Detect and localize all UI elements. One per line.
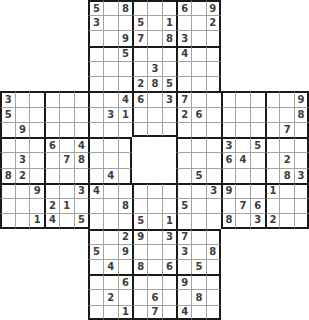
cell-r11c5[interactable] [74,168,89,183]
cell-r20c6[interactable] [88,305,103,320]
cell-r6c14[interactable] [206,91,221,106]
cell-r14c6[interactable] [88,213,103,228]
cell-r6c16[interactable] [235,91,250,106]
cell-r0c7[interactable] [103,0,118,15]
cell-r10c5[interactable]: 8 [74,152,89,167]
cell-r7c9[interactable] [132,107,147,122]
cell-r6c3[interactable] [44,91,59,106]
cell-r18c9[interactable] [132,274,147,289]
cell-r11c19[interactable]: 8 [279,168,294,183]
cell-r4c6[interactable] [88,61,103,76]
cell-r13c5[interactable] [74,198,89,213]
cell-r10c12[interactable] [176,152,191,167]
cell-r1c12[interactable] [176,15,191,30]
cell-r8c4[interactable] [59,122,74,137]
cell-r11c17[interactable] [250,168,265,183]
cell-r7c5[interactable] [74,107,89,122]
cell-r6c17[interactable] [250,91,265,106]
cell-r9c18[interactable] [265,137,280,152]
cell-r11c1[interactable]: 2 [15,168,30,183]
cell-r14c16[interactable] [235,213,250,228]
cell-r13c15[interactable] [221,198,236,213]
cell-r6c12[interactable]: 7 [176,91,191,106]
cell-r8c5[interactable] [74,122,89,137]
cell-r5c11[interactable]: 5 [162,76,177,91]
void-area [29,274,44,289]
cell-r10c3[interactable] [44,152,59,167]
cell-r4c8[interactable] [118,61,133,76]
cell-r9c17[interactable]: 5 [250,137,265,152]
cell-r19c8[interactable] [118,289,133,304]
cell-r1c8[interactable] [118,15,133,30]
cell-r11c18[interactable] [265,168,280,183]
cell-r11c6[interactable] [88,168,103,183]
cell-r0c9[interactable] [132,0,147,15]
cell-r10c14[interactable] [206,152,221,167]
cell-r20c12[interactable]: 4 [176,305,191,320]
cell-r7c11[interactable] [162,107,177,122]
cell-r3c9[interactable] [132,46,147,61]
cell-r12c11[interactable] [162,183,177,198]
cell-r14c0[interactable] [0,213,15,228]
cell-r17c10[interactable] [147,259,162,274]
cell-r17c6[interactable] [88,259,103,274]
cell-r8c16[interactable] [235,122,250,137]
cell-r14c14[interactable] [206,213,221,228]
cell-r14c18[interactable]: 2 [265,213,280,228]
cell-r17c12[interactable] [176,259,191,274]
cell-r9c4[interactable] [59,137,74,152]
cell-r9c13[interactable] [191,137,206,152]
cell-r6c10[interactable] [147,91,162,106]
cell-r9c0[interactable] [0,137,15,152]
cell-r15c6[interactable] [88,229,103,244]
cell-r12c13[interactable] [191,183,206,198]
cell-r14c9[interactable]: 5 [132,213,147,228]
cell-r9c5[interactable]: 4 [74,137,89,152]
cell-r8c14[interactable] [206,122,221,137]
cell-r11c7[interactable]: 4 [103,168,118,183]
cell-r10c2[interactable] [29,152,44,167]
cell-r8c17[interactable] [250,122,265,137]
cell-r11c13[interactable]: 5 [191,168,206,183]
cell-r7c13[interactable]: 6 [191,107,206,122]
cell-r5c6[interactable] [88,76,103,91]
cell-r6c2[interactable] [29,91,44,106]
cell-r6c5[interactable] [74,91,89,106]
cell-r11c20[interactable]: 3 [294,168,309,183]
cell-r8c10[interactable] [147,122,162,137]
cell-r12c9[interactable] [132,183,147,198]
cell-r10c19[interactable]: 2 [279,152,294,167]
cell-r8c6[interactable] [88,122,103,137]
cell-r1c7[interactable] [103,15,118,30]
cell-r12c17[interactable] [250,183,265,198]
cell-r10c7[interactable] [103,152,118,167]
cell-r7c20[interactable]: 8 [294,107,309,122]
cell-r4c12[interactable] [176,61,191,76]
cell-r1c11[interactable]: 1 [162,15,177,30]
cell-r0c10[interactable] [147,0,162,15]
cell-r14c13[interactable] [191,213,206,228]
cell-r15c11[interactable]: 3 [162,229,177,244]
cell-r2c6[interactable] [88,30,103,45]
cell-r15c10[interactable] [147,229,162,244]
cell-r9c19[interactable] [279,137,294,152]
cell-r14c15[interactable]: 8 [221,213,236,228]
cell-r19c7[interactable]: 2 [103,289,118,304]
cell-r12c4[interactable] [59,183,74,198]
cell-r7c12[interactable]: 2 [176,107,191,122]
cell-r9c6[interactable] [88,137,103,152]
cell-r10c20[interactable] [294,152,309,167]
cell-r19c11[interactable] [162,289,177,304]
cell-r13c0[interactable] [0,198,15,213]
cell-r17c9[interactable]: 8 [132,259,147,274]
cell-r11c8[interactable] [118,168,133,183]
cell-r5c13[interactable] [191,76,206,91]
cell-r14c20[interactable] [294,213,309,228]
cell-r8c15[interactable] [221,122,236,137]
cell-r5c8[interactable] [118,76,133,91]
cell-r20c13[interactable] [191,305,206,320]
cell-r7c6[interactable] [88,107,103,122]
cell-r20c11[interactable] [162,305,177,320]
cell-r11c14[interactable] [206,168,221,183]
cell-r13c9[interactable] [132,198,147,213]
cell-r2c7[interactable] [103,30,118,45]
cell-r1c14[interactable]: 2 [206,15,221,30]
cell-r3c6[interactable] [88,46,103,61]
cell-r12c2[interactable]: 9 [29,183,44,198]
cell-r12c6[interactable]: 4 [88,183,103,198]
cell-r7c10[interactable] [147,107,162,122]
cell-r7c2[interactable] [29,107,44,122]
cell-r8c13[interactable] [191,122,206,137]
cell-r6c15[interactable] [221,91,236,106]
cell-r14c17[interactable]: 3 [250,213,265,228]
cell-r13c14[interactable] [206,198,221,213]
cell-r12c1[interactable] [15,183,30,198]
cell-r13c7[interactable] [103,198,118,213]
cell-r16c6[interactable]: 5 [88,244,103,259]
cell-r6c8[interactable]: 4 [118,91,133,106]
cell-r3c12[interactable]: 4 [176,46,191,61]
given-digit: 8 [122,4,129,14]
cell-r20c10[interactable]: 7 [147,305,162,320]
cell-r13c2[interactable] [29,198,44,213]
cell-r6c6[interactable] [88,91,103,106]
cell-r12c18[interactable]: 1 [265,183,280,198]
cell-r16c8[interactable]: 9 [118,244,133,259]
cell-r12c20[interactable] [294,183,309,198]
cell-r4c13[interactable] [191,61,206,76]
cell-r9c16[interactable] [235,137,250,152]
cell-r8c18[interactable] [265,122,280,137]
cell-r14c7[interactable] [103,213,118,228]
cell-r12c12[interactable] [176,183,191,198]
cell-r6c18[interactable] [265,91,280,106]
cell-r20c7[interactable] [103,305,118,320]
cell-r1c10[interactable] [147,15,162,30]
cell-r6c1[interactable] [15,91,30,106]
cell-r7c17[interactable] [250,107,265,122]
cell-r14c10[interactable] [147,213,162,228]
cell-r12c15[interactable]: 9 [221,183,236,198]
void-area [44,259,59,274]
cell-r16c12[interactable]: 3 [176,244,191,259]
cell-r7c16[interactable] [235,107,250,122]
cell-r8c19[interactable]: 7 [279,122,294,137]
cell-r13c1[interactable] [15,198,30,213]
cell-r0c11[interactable] [162,0,177,15]
cell-r16c13[interactable] [191,244,206,259]
cell-r0c14[interactable]: 9 [206,0,221,15]
cell-r7c18[interactable] [265,107,280,122]
cell-r13c3[interactable]: 2 [44,198,59,213]
cell-r13c8[interactable]: 8 [118,198,133,213]
cell-r1c9[interactable]: 5 [132,15,147,30]
cell-r8c7[interactable] [103,122,118,137]
cell-r13c10[interactable] [147,198,162,213]
cell-r12c10[interactable] [147,183,162,198]
cell-r11c3[interactable] [44,168,59,183]
cell-r13c17[interactable]: 6 [250,198,265,213]
cell-r14c12[interactable] [176,213,191,228]
cell-r12c16[interactable] [235,183,250,198]
cell-r19c13[interactable]: 8 [191,289,206,304]
cell-r10c18[interactable] [265,152,280,167]
cell-r6c11[interactable]: 3 [162,91,177,106]
cell-r13c4[interactable]: 1 [59,198,74,213]
cell-r18c7[interactable] [103,274,118,289]
cell-r6c0[interactable]: 3 [0,91,15,106]
cell-r13c19[interactable] [279,198,294,213]
cell-r20c8[interactable]: 1 [118,305,133,320]
cell-r12c0[interactable] [0,183,15,198]
cell-r17c11[interactable]: 6 [162,259,177,274]
void-area [279,289,294,304]
cell-r16c9[interactable] [132,244,147,259]
cell-r15c12[interactable]: 7 [176,229,191,244]
cell-r19c9[interactable] [132,289,147,304]
cell-r10c8[interactable] [118,152,133,167]
cell-r13c13[interactable] [191,198,206,213]
cell-r4c7[interactable] [103,61,118,76]
cell-r7c8[interactable]: 1 [118,107,133,122]
cell-r9c8[interactable] [118,137,133,152]
cell-r15c8[interactable]: 2 [118,229,133,244]
cell-r8c9[interactable] [132,122,147,137]
cell-r9c1[interactable] [15,137,30,152]
cell-r19c6[interactable] [88,289,103,304]
void-area [250,0,265,15]
cell-r5c9[interactable]: 2 [132,76,147,91]
cell-r18c14[interactable] [206,274,221,289]
cell-r8c20[interactable] [294,122,309,137]
cell-r15c14[interactable] [206,229,221,244]
cell-r19c14[interactable] [206,289,221,304]
cell-r3c11[interactable] [162,46,177,61]
cell-r14c11[interactable]: 1 [162,213,177,228]
cell-r7c14[interactable] [206,107,221,122]
cell-r9c20[interactable] [294,137,309,152]
cell-r15c13[interactable] [191,229,206,244]
cell-r8c2[interactable] [29,122,44,137]
cell-r12c3[interactable] [44,183,59,198]
void-area [235,289,250,304]
cell-r10c13[interactable] [191,152,206,167]
cell-r4c11[interactable] [162,61,177,76]
cell-r18c10[interactable] [147,274,162,289]
cell-r7c4[interactable] [59,107,74,122]
cell-r17c13[interactable]: 5 [191,259,206,274]
cell-r9c2[interactable] [29,137,44,152]
cell-r14c4[interactable] [59,213,74,228]
cell-r18c6[interactable] [88,274,103,289]
cell-r12c14[interactable]: 3 [206,183,221,198]
cell-r11c15[interactable] [221,168,236,183]
cell-r3c13[interactable] [191,46,206,61]
cell-r5c7[interactable] [103,76,118,91]
cell-r8c11[interactable] [162,122,177,137]
cell-r7c7[interactable]: 3 [103,107,118,122]
cell-r18c8[interactable]: 6 [118,274,133,289]
cell-r10c15[interactable]: 6 [221,152,236,167]
cell-r16c14[interactable]: 8 [206,244,221,259]
cell-r17c7[interactable]: 4 [103,259,118,274]
cell-r9c15[interactable]: 3 [221,137,236,152]
cell-r17c8[interactable] [118,259,133,274]
cell-r10c4[interactable]: 7 [59,152,74,167]
cell-r5c12[interactable] [176,76,191,91]
cell-r19c12[interactable] [176,289,191,304]
cell-r3c8[interactable]: 5 [118,46,133,61]
cell-r13c16[interactable]: 7 [235,198,250,213]
cell-r16c7[interactable] [103,244,118,259]
cell-r7c3[interactable] [44,107,59,122]
cell-r2c14[interactable] [206,30,221,45]
cell-r2c10[interactable] [147,30,162,45]
cell-r2c9[interactable]: 7 [132,30,147,45]
cell-r3c10[interactable] [147,46,162,61]
cell-r8c0[interactable] [0,122,15,137]
cell-r8c12[interactable] [176,122,191,137]
cell-r10c6[interactable] [88,152,103,167]
cell-r11c2[interactable] [29,168,44,183]
cell-r13c11[interactable] [162,198,177,213]
cell-r20c14[interactable] [206,305,221,320]
cell-r8c3[interactable] [44,122,59,137]
cell-r12c5[interactable]: 3 [74,183,89,198]
cell-r0c13[interactable] [191,0,206,15]
cell-r2c8[interactable]: 9 [118,30,133,45]
cell-r14c3[interactable]: 4 [44,213,59,228]
cell-r1c13[interactable] [191,15,206,30]
cell-r3c7[interactable] [103,46,118,61]
cell-r14c5[interactable]: 5 [74,213,89,228]
cell-r5c10[interactable]: 8 [147,76,162,91]
cell-r4c14[interactable] [206,61,221,76]
cell-r10c17[interactable] [250,152,265,167]
cell-r18c11[interactable] [162,274,177,289]
cell-r8c1[interactable]: 9 [15,122,30,137]
cell-r6c19[interactable] [279,91,294,106]
cell-r14c2[interactable]: 1 [29,213,44,228]
given-digit: 4 [107,262,114,272]
cell-r13c18[interactable] [265,198,280,213]
cell-r19c10[interactable]: 6 [147,289,162,304]
cell-r7c0[interactable]: 5 [0,107,15,122]
cell-r2c13[interactable] [191,30,206,45]
cell-r9c12[interactable] [176,137,191,152]
cell-r15c7[interactable] [103,229,118,244]
cell-r1c6[interactable]: 3 [88,15,103,30]
cell-r9c7[interactable] [103,137,118,152]
cell-r10c16[interactable]: 4 [235,152,250,167]
cell-r10c0[interactable] [0,152,15,167]
cell-r15c9[interactable]: 9 [132,229,147,244]
cell-r7c19[interactable] [279,107,294,122]
cell-r13c6[interactable] [88,198,103,213]
cell-r6c20[interactable]: 9 [294,91,309,106]
void-area [265,30,280,45]
void-area [250,61,265,76]
cell-r14c8[interactable] [118,213,133,228]
cell-r14c19[interactable] [279,213,294,228]
cell-r11c4[interactable] [59,168,74,183]
cell-r4c9[interactable] [132,61,147,76]
cell-r18c13[interactable] [191,274,206,289]
cell-r14c1[interactable] [15,213,30,228]
cell-r16c10[interactable] [147,244,162,259]
cell-r17c14[interactable] [206,259,221,274]
cell-r12c7[interactable] [103,183,118,198]
cell-r0c8[interactable]: 8 [118,0,133,15]
cell-r6c9[interactable]: 6 [132,91,147,106]
cell-r13c20[interactable] [294,198,309,213]
cell-r3c14[interactable] [206,46,221,61]
cell-r0c6[interactable]: 5 [88,0,103,15]
cell-r6c4[interactable] [59,91,74,106]
cell-r7c15[interactable] [221,107,236,122]
cell-r9c14[interactable] [206,137,221,152]
cell-r5c14[interactable] [206,76,221,91]
given-digit: 6 [225,155,232,165]
cell-r11c16[interactable] [235,168,250,183]
cell-r6c7[interactable] [103,91,118,106]
cell-r11c12[interactable] [176,168,191,183]
cell-r8c8[interactable] [118,122,133,137]
cell-r12c19[interactable] [279,183,294,198]
void-area [221,274,236,289]
cell-r0c12[interactable]: 6 [176,0,191,15]
cell-r10c1[interactable]: 3 [15,152,30,167]
cell-r18c12[interactable]: 9 [176,274,191,289]
cell-r6c13[interactable] [191,91,206,106]
cell-r13c12[interactable]: 5 [176,198,191,213]
cell-r9c3[interactable]: 6 [44,137,59,152]
cell-r12c8[interactable] [118,183,133,198]
cell-r2c11[interactable]: 8 [162,30,177,45]
cell-r4c10[interactable]: 3 [147,61,162,76]
cell-r2c12[interactable]: 3 [176,30,191,45]
cell-r16c11[interactable] [162,244,177,259]
void-area [221,76,236,91]
cell-r7c1[interactable] [15,107,30,122]
cell-r11c0[interactable]: 8 [0,168,15,183]
cell-r20c9[interactable] [132,305,147,320]
